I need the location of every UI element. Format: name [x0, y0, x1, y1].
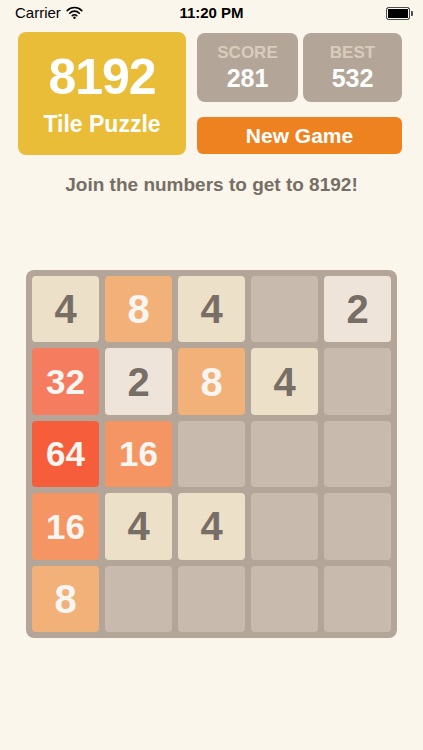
tile-4: 4 [251, 348, 318, 414]
app-name: Tile Puzzle [43, 113, 160, 136]
tagline: Join the numbers to get to 8192! [0, 174, 423, 196]
tile-16: 16 [105, 421, 172, 487]
empty-cell [251, 276, 318, 342]
empty-cell [324, 421, 391, 487]
tile-64: 64 [32, 421, 99, 487]
empty-cell [178, 421, 245, 487]
clock: 11:20 PM [0, 4, 423, 21]
score-box: SCORE 281 [197, 33, 298, 102]
empty-cell [251, 566, 318, 632]
tile-4: 4 [105, 493, 172, 559]
tile-32: 32 [32, 348, 99, 414]
tile-4: 4 [178, 493, 245, 559]
tile-8: 8 [105, 276, 172, 342]
score-value: 281 [227, 66, 269, 91]
tile-2: 2 [105, 348, 172, 414]
board-grid[interactable]: 484232284641616448 [26, 270, 397, 638]
tile-8: 8 [32, 566, 99, 632]
tile-4: 4 [178, 276, 245, 342]
score-label: SCORE [217, 44, 277, 61]
empty-cell [324, 566, 391, 632]
tile-16: 16 [32, 493, 99, 559]
tile-2: 2 [324, 276, 391, 342]
app-title-tile: 8192 Tile Puzzle [18, 32, 186, 155]
status-bar: Carrier 11:20 PM [0, 0, 423, 26]
empty-cell [324, 493, 391, 559]
empty-cell [324, 348, 391, 414]
tile-4: 4 [32, 276, 99, 342]
empty-cell [251, 493, 318, 559]
empty-cell [178, 566, 245, 632]
best-box: BEST 532 [303, 33, 402, 102]
best-value: 532 [332, 66, 374, 91]
battery-icon [386, 7, 413, 20]
empty-cell [251, 421, 318, 487]
tile-8: 8 [178, 348, 245, 414]
goal-number: 8192 [48, 52, 155, 102]
new-game-button[interactable]: New Game [197, 117, 402, 154]
best-label: BEST [330, 44, 375, 61]
empty-cell [105, 566, 172, 632]
